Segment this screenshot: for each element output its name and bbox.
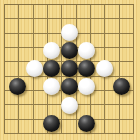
white-stone [43, 42, 60, 59]
black-stone [43, 115, 60, 132]
white-stone [96, 60, 113, 77]
white-stone [43, 78, 60, 95]
black-stone [113, 78, 130, 95]
stones-layer [0, 0, 140, 140]
black-stone [9, 78, 26, 95]
black-stone [61, 78, 78, 95]
white-stone [78, 78, 95, 95]
black-stone [78, 60, 95, 77]
black-stone [78, 115, 95, 132]
black-stone [61, 60, 78, 77]
black-stone [43, 60, 60, 77]
gomoku-board[interactable] [0, 0, 140, 140]
white-stone [26, 60, 43, 77]
white-stone [61, 97, 78, 114]
black-stone [61, 42, 78, 59]
white-stone [61, 24, 78, 41]
white-stone [78, 42, 95, 59]
